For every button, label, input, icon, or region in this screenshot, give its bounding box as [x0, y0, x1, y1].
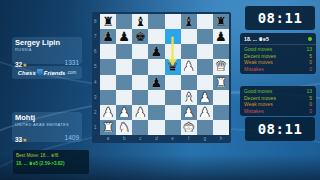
square-g1[interactable] [197, 120, 213, 135]
player-country-black: RUSSIA [15, 47, 79, 52]
black-pawn-d6[interactable]: ♟ [151, 45, 163, 58]
white-pawn-f5[interactable]: ♟ [183, 60, 195, 73]
square-b4[interactable] [116, 75, 132, 90]
mistakes-label: Mistakes [244, 66, 264, 73]
black-pawn-b7[interactable]: ♟ [118, 30, 130, 43]
square-b7[interactable]: ♟ [116, 29, 132, 44]
rank-labels: 87654321 [94, 14, 99, 135]
square-b8[interactable] [116, 14, 132, 29]
black-pawn-d4[interactable]: ♟ [151, 75, 163, 88]
square-a2[interactable]: ♟ [100, 105, 116, 120]
square-e7[interactable] [165, 29, 181, 44]
rank-label-6: 6 [94, 44, 99, 59]
logo-text-chess: Chess [18, 70, 36, 76]
player-rating-black: 1331 [65, 59, 79, 66]
square-b5[interactable] [116, 59, 132, 74]
white-pawn-g3[interactable]: ♟ [199, 90, 211, 103]
square-f2[interactable]: ♟ [181, 105, 197, 120]
square-f1[interactable]: ♚ [181, 120, 197, 135]
file-label-g: g [197, 136, 213, 142]
square-h7[interactable]: ♟ [213, 29, 229, 44]
white-pawn-b2[interactable]: ♟ [118, 105, 130, 118]
black-pawn-h7[interactable]: ♟ [215, 30, 227, 43]
move-quality-dot-icon [308, 37, 312, 41]
square-f3[interactable]: ♝ [181, 90, 197, 105]
rank-label-4: 4 [94, 75, 99, 90]
square-g8[interactable] [197, 14, 213, 29]
move-quality-panel-black: 18. ... ♛e5 Good moves13 Decent moves5 W… [240, 33, 316, 74]
square-c4[interactable] [132, 75, 148, 90]
mistakes-label: Mistakes [244, 108, 264, 115]
square-a5[interactable] [100, 59, 116, 74]
file-label-h: h [213, 136, 229, 142]
square-f4[interactable] [181, 75, 197, 90]
clock-white-time: 08:11 [258, 121, 303, 137]
square-f5[interactable]: ♟ [181, 59, 197, 74]
board-frame: 87654321 abcdefgh ♜♝♝♜♟♟♚♟♟♛♟♛♟♜♝♟♟♟♟♟♟♜… [92, 12, 231, 143]
file-label-c: c [132, 136, 148, 142]
square-e5[interactable]: ♛ [165, 59, 181, 74]
clock-black-time: 08:11 [258, 10, 303, 26]
square-e6[interactable] [165, 44, 181, 59]
white-pawn-c2[interactable]: ♟ [134, 105, 146, 118]
board[interactable]: ♜♝♝♜♟♟♚♟♟♛♟♛♟♜♝♟♟♟♟♟♟♜♞♚ [100, 14, 229, 135]
square-a1[interactable]: ♜ [100, 120, 116, 135]
shield-icon [37, 69, 43, 76]
square-c6[interactable] [132, 44, 148, 59]
square-b1[interactable]: ♞ [116, 120, 132, 135]
black-bishop-c8[interactable]: ♝ [134, 15, 146, 28]
square-c1[interactable] [132, 120, 148, 135]
black-king-c7[interactable]: ♚ [134, 30, 146, 43]
square-g6[interactable] [197, 44, 213, 59]
rank-label-7: 7 [94, 29, 99, 44]
square-g2[interactable]: ♟ [197, 105, 213, 120]
square-g7[interactable] [197, 29, 213, 44]
square-d4[interactable]: ♟ [148, 75, 164, 90]
square-c5[interactable] [132, 59, 148, 74]
square-f7[interactable] [181, 29, 197, 44]
square-b6[interactable] [116, 44, 132, 59]
player-name-black: Sergey Lipin [15, 39, 79, 47]
square-h3[interactable] [213, 90, 229, 105]
player-card-white: Mohtj UNITED ARAB EMIRATES 33★ 1409 [12, 112, 82, 142]
file-label-b: b [116, 136, 132, 142]
black-queen-e5[interactable]: ♛ [167, 60, 179, 73]
file-label-f: f [181, 136, 197, 142]
square-d8[interactable] [148, 14, 164, 29]
white-pawn-f2[interactable]: ♟ [183, 105, 195, 118]
square-h1[interactable] [213, 120, 229, 135]
square-b3[interactable] [116, 90, 132, 105]
clock-black: 08:11 [245, 6, 315, 30]
square-e3[interactable] [165, 90, 181, 105]
black-rook-h8[interactable]: ♜ [215, 15, 227, 28]
rank-label-2: 2 [94, 105, 99, 120]
square-h4[interactable]: ♜ [213, 75, 229, 90]
square-c7[interactable]: ♚ [132, 29, 148, 44]
player-country-white: UNITED ARAB EMIRATES [15, 122, 79, 127]
square-d3[interactable] [148, 90, 164, 105]
player-card-black: Sergey Lipin RUSSIA 32★ 1331 [12, 37, 82, 64]
white-king-f1[interactable]: ♚ [183, 120, 195, 133]
square-d5[interactable] [148, 59, 164, 74]
file-labels: abcdefgh [100, 136, 229, 142]
file-label-a: a [100, 136, 116, 142]
square-e8[interactable] [165, 14, 181, 29]
square-g5[interactable] [197, 59, 213, 74]
white-pawn-a2[interactable]: ♟ [102, 105, 114, 118]
square-e2[interactable] [165, 105, 181, 120]
white-bishop-f3[interactable]: ♝ [183, 90, 195, 103]
square-h2[interactable] [213, 105, 229, 120]
star-icon: ★ [22, 137, 27, 143]
last-move-label: 18. ... ♛e5 [244, 36, 269, 42]
clock-white: 08:11 [245, 117, 315, 141]
chessfriends-logo: Chess Friends .com [12, 66, 82, 79]
white-pawn-g2[interactable]: ♟ [199, 105, 211, 118]
white-rook-a1[interactable]: ♜ [102, 120, 114, 133]
square-d7[interactable] [148, 29, 164, 44]
square-a8[interactable]: ♜ [100, 14, 116, 29]
square-g3[interactable]: ♟ [197, 90, 213, 105]
square-e4[interactable] [165, 75, 181, 90]
file-label-d: d [148, 136, 164, 142]
logo-text-com: .com [66, 70, 76, 75]
rank-label-5: 5 [94, 59, 99, 74]
black-bishop-f8[interactable]: ♝ [183, 15, 195, 28]
square-h5[interactable]: ♛ [213, 59, 229, 74]
square-h8[interactable]: ♜ [213, 14, 229, 29]
square-f6[interactable] [181, 44, 197, 59]
square-d2[interactable] [148, 105, 164, 120]
square-c8[interactable]: ♝ [132, 14, 148, 29]
square-d1[interactable] [148, 120, 164, 135]
black-rook-a8[interactable]: ♜ [102, 15, 114, 28]
player-name-white: Mohtj [15, 114, 79, 122]
player-rating-white: 1409 [65, 134, 79, 141]
mistakes-value: 0 [309, 108, 312, 115]
app-background: Sergey Lipin RUSSIA 32★ 1331 Chess Frien… [0, 0, 320, 180]
black-pawn-a7[interactable]: ♟ [102, 30, 114, 43]
square-b2[interactable]: ♟ [116, 105, 132, 120]
file-label-e: e [165, 136, 181, 142]
played-move-eval-text: 18. ... ♛e5 (2.59->3.82) [16, 159, 86, 168]
rank-label-1: 1 [94, 120, 99, 135]
square-c3[interactable] [132, 90, 148, 105]
square-a4[interactable] [100, 75, 116, 90]
white-queen-h5[interactable]: ♛ [215, 60, 227, 73]
rank-label-3: 3 [94, 90, 99, 105]
square-a7[interactable]: ♟ [100, 29, 116, 44]
square-a6[interactable] [100, 44, 116, 59]
square-f8[interactable]: ♝ [181, 14, 197, 29]
square-e1[interactable] [165, 120, 181, 135]
square-g4[interactable] [197, 75, 213, 90]
white-rook-h4[interactable]: ♜ [215, 75, 227, 88]
white-knight-b1[interactable]: ♞ [118, 120, 130, 133]
square-c2[interactable]: ♟ [132, 105, 148, 120]
logo-text-friends: Friends [44, 70, 66, 76]
best-move-panel: Best Move: 18... ♛f6 18. ... ♛e5 (2.59->… [13, 150, 89, 174]
square-d6[interactable]: ♟ [148, 44, 164, 59]
square-a3[interactable] [100, 90, 116, 105]
square-h6[interactable] [213, 44, 229, 59]
mistakes-value: 0 [309, 66, 312, 73]
move-quality-panel-white: Good moves13 Decent moves5 Weak moves0 M… [240, 86, 316, 116]
rank-label-8: 8 [94, 14, 99, 29]
best-move-text: Best Move: 18... ♛f6 [16, 152, 86, 159]
